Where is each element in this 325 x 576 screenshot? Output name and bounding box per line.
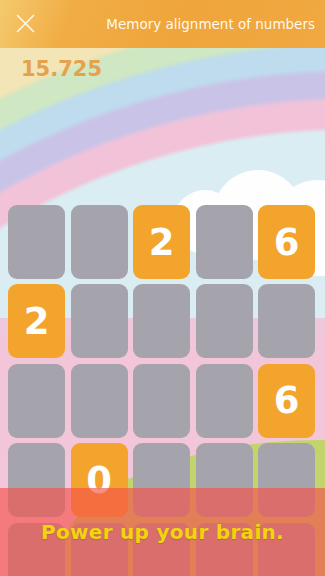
tile-r1c5[interactable]: 6	[258, 205, 315, 279]
close-icon[interactable]	[13, 11, 37, 35]
bottom-banner: Power up your brain.	[0, 488, 325, 576]
tile-r3c4[interactable]	[196, 364, 253, 438]
tile-r2c1[interactable]: 2	[8, 284, 65, 358]
tile-r1c2[interactable]	[71, 205, 128, 279]
tile-r2c5[interactable]	[258, 284, 315, 358]
tile-r1c3[interactable]: 2	[133, 205, 190, 279]
score-value: 15.725	[21, 57, 102, 81]
tile-r3c1[interactable]	[8, 364, 65, 438]
tile-r3c2[interactable]	[71, 364, 128, 438]
tile-r2c2[interactable]	[71, 284, 128, 358]
tile-r1c1[interactable]	[8, 205, 65, 279]
tile-r3c3[interactable]	[133, 364, 190, 438]
tile-r3c5[interactable]: 6	[258, 364, 315, 438]
tile-r2c4[interactable]	[196, 284, 253, 358]
tagline-text: Power up your brain.	[41, 520, 284, 544]
app-screen: 26260 Power up your brain. Memory alignm…	[0, 0, 325, 576]
title-bar: Memory alignment of numbers	[0, 0, 325, 48]
tile-r2c3[interactable]	[133, 284, 190, 358]
tile-r1c4[interactable]	[196, 205, 253, 279]
page-title: Memory alignment of numbers	[106, 0, 315, 48]
